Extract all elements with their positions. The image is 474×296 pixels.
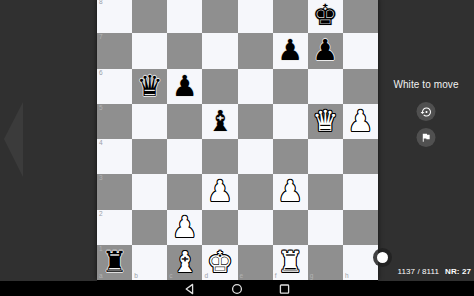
white-dot-indicator[interactable] [377,252,388,263]
square-d7[interactable] [202,33,237,68]
piece-black-bishop[interactable]: ♝ [202,104,237,139]
square-g4[interactable] [308,139,343,174]
piece-white-pawn[interactable]: ♟ [343,104,378,139]
square-g8[interactable]: ♚ [308,0,343,33]
file-label-b: b [134,273,138,280]
rank-label-8: 8 [99,0,103,6]
square-c1[interactable]: c♝ [167,245,202,280]
square-h4[interactable] [343,139,378,174]
square-b6[interactable]: ♛ [132,69,167,104]
square-e8[interactable] [238,0,273,33]
square-d8[interactable] [202,0,237,33]
piece-black-pawn[interactable]: ♟ [273,33,308,68]
restart-button[interactable] [417,102,436,121]
square-f2[interactable] [273,210,308,245]
square-f5[interactable] [273,104,308,139]
square-h1[interactable]: h [343,245,378,280]
square-g3[interactable] [308,174,343,209]
square-a1[interactable]: 1a♜ [97,245,132,280]
rank-label-3: 3 [99,175,103,182]
square-d4[interactable] [202,139,237,174]
piece-white-bishop[interactable]: ♝ [167,245,202,280]
square-b1[interactable]: b [132,245,167,280]
piece-black-queen[interactable]: ♛ [132,69,167,104]
file-label-h: h [345,273,349,280]
square-f3[interactable]: ♟ [273,174,308,209]
square-c3[interactable] [167,174,202,209]
home-icon[interactable] [231,283,243,295]
square-d5[interactable]: ♝ [202,104,237,139]
square-e2[interactable] [238,210,273,245]
square-g5[interactable]: ♛ [308,104,343,139]
piece-white-king[interactable]: ♚ [202,245,237,280]
square-e6[interactable] [238,69,273,104]
square-e7[interactable] [238,33,273,68]
square-e3[interactable] [238,174,273,209]
square-c2[interactable]: ♟ [167,210,202,245]
square-h3[interactable] [343,174,378,209]
square-e1[interactable]: e [238,245,273,280]
square-a3[interactable]: 3 [97,174,132,209]
square-h7[interactable] [343,33,378,68]
square-e5[interactable] [238,104,273,139]
square-h5[interactable]: ♟ [343,104,378,139]
square-b5[interactable] [132,104,167,139]
app-screen: White to move 1137 / 8111NR: 27 8♚7♟♟6♛♟… [0,0,474,296]
back-icon[interactable] [184,283,195,295]
square-d3[interactable]: ♟ [202,174,237,209]
square-a6[interactable]: 6 [97,69,132,104]
rank-label-7: 7 [99,34,103,41]
square-a7[interactable]: 7 [97,33,132,68]
side-to-move-status: White to move [378,79,474,90]
square-f7[interactable]: ♟ [273,33,308,68]
piece-black-pawn[interactable]: ♟ [167,69,202,104]
piece-white-rook[interactable]: ♜ [273,245,308,280]
file-label-e: e [240,273,244,280]
piece-white-pawn[interactable]: ♟ [202,174,237,209]
piece-white-queen[interactable]: ♛ [308,104,343,139]
square-h2[interactable] [343,210,378,245]
rank-label-2: 2 [99,211,103,218]
piece-black-rook[interactable]: ♜ [97,245,132,280]
square-b3[interactable] [132,174,167,209]
square-d2[interactable] [202,210,237,245]
square-b4[interactable] [132,139,167,174]
square-g6[interactable] [308,69,343,104]
rank-label-6: 6 [99,70,103,77]
square-f4[interactable] [273,139,308,174]
square-c6[interactable]: ♟ [167,69,202,104]
square-h6[interactable] [343,69,378,104]
recents-icon[interactable] [279,283,290,295]
square-a4[interactable]: 4 [97,139,132,174]
right-panel: White to move 1137 / 8111NR: 27 [378,0,474,281]
file-label-g: g [310,273,314,280]
square-f6[interactable] [273,69,308,104]
square-c4[interactable] [167,139,202,174]
square-a2[interactable]: 2 [97,210,132,245]
previous-chevron-icon[interactable] [0,0,97,281]
android-nav-bar [0,281,474,296]
puzzle-meta: 1137 / 8111NR: 27 [397,267,471,276]
square-e4[interactable] [238,139,273,174]
square-b8[interactable] [132,0,167,33]
square-g7[interactable]: ♟ [308,33,343,68]
left-panel [0,0,97,281]
square-c7[interactable] [167,33,202,68]
square-a5[interactable]: 5 [97,104,132,139]
restart-icon [420,106,432,118]
square-a8[interactable]: 8 [97,0,132,33]
piece-black-pawn[interactable]: ♟ [308,33,343,68]
square-d1[interactable]: d♚ [202,245,237,280]
square-b2[interactable] [132,210,167,245]
square-f1[interactable]: f♜ [273,245,308,280]
square-h8[interactable] [343,0,378,33]
chess-board[interactable]: 8♚7♟♟6♛♟5♝♛♟43♟♟2♟1a♜bc♝d♚ef♜gh [97,0,378,280]
square-f8[interactable] [273,0,308,33]
square-g1[interactable]: g [308,245,343,280]
square-c5[interactable] [167,104,202,139]
flag-button[interactable] [417,128,436,147]
flag-icon [421,132,432,143]
piece-white-pawn[interactable]: ♟ [167,210,202,245]
rank-label-4: 4 [99,140,103,147]
square-d6[interactable] [202,69,237,104]
square-b7[interactable] [132,33,167,68]
rank-label-5: 5 [99,105,103,112]
square-g2[interactable] [308,210,343,245]
piece-black-king[interactable]: ♚ [308,0,343,33]
puzzle-progress: 1137 / 8111 [397,267,439,276]
square-c8[interactable] [167,0,202,33]
piece-white-pawn[interactable]: ♟ [273,174,308,209]
puzzle-number: NR: 27 [445,267,471,276]
